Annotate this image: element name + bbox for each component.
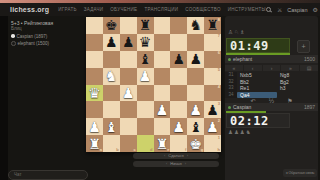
square-g4[interactable] xyxy=(187,85,204,102)
last-move-button[interactable]: » xyxy=(281,65,299,71)
black-pawn-g6: ♟ xyxy=(187,51,204,68)
black-player-meta[interactable]: elephant (1500) xyxy=(11,41,83,46)
white-player-name: Caspian xyxy=(233,104,251,110)
square-e5[interactable] xyxy=(154,68,171,85)
captured-by-black-tray: ♙♘♗ xyxy=(228,29,246,35)
feedback-button[interactable]: ◂ Обратная связь xyxy=(283,169,317,177)
move-list: 31Nxb5Ng832Bb2Bg233Re1h334Qa4 xyxy=(225,72,318,98)
black-knight-g8: ♞ xyxy=(187,17,204,34)
coord-file-b: b xyxy=(116,148,118,152)
white-player-meta-label: Caspian (1897) xyxy=(17,34,48,39)
square-b4[interactable] xyxy=(103,85,120,102)
lichess-game-page: lichess.org ИгратьЗадачиОбучениеТрансляц… xyxy=(0,0,320,180)
black-queen-d7: ♛ xyxy=(137,34,154,51)
black-disc-icon xyxy=(11,41,16,46)
coord-file-a: a xyxy=(100,148,102,152)
black-player-row[interactable]: elephant 1500 xyxy=(225,55,318,63)
square-h8[interactable]: ♜8 xyxy=(204,17,221,34)
black-player-rating: 1500 xyxy=(304,56,315,62)
square-a8[interactable] xyxy=(86,17,103,34)
prev-move-button[interactable]: ‹ xyxy=(244,65,262,71)
nav-item-обучение[interactable]: Обучение xyxy=(110,7,137,12)
square-a3[interactable] xyxy=(86,101,103,118)
coord-rank-6: 6 xyxy=(218,51,220,55)
move-33-white[interactable]: Re1 xyxy=(237,85,277,92)
square-d7[interactable]: ♛ xyxy=(137,34,154,51)
square-h7[interactable]: 7 xyxy=(204,34,221,51)
square-a6[interactable] xyxy=(86,51,103,68)
white-pawn-a2: ♟ xyxy=(86,118,103,135)
white-disc-icon xyxy=(11,34,15,38)
chat-input[interactable]: Чат xyxy=(8,170,88,180)
square-c5[interactable] xyxy=(120,68,137,85)
black-king-b8: ♚ xyxy=(103,17,120,34)
coord-file-c: c xyxy=(133,148,135,152)
add-time-button[interactable]: + xyxy=(297,40,310,53)
challenge-icon[interactable]: ⚔ xyxy=(277,7,282,13)
square-e1[interactable]: ♜e xyxy=(154,135,171,152)
square-c4[interactable]: ♟ xyxy=(120,85,137,102)
black-player-meta-label: elephant (1500) xyxy=(18,41,50,46)
square-g5[interactable] xyxy=(187,68,204,85)
black-player-name: elephant xyxy=(233,56,252,62)
square-c1[interactable]: c xyxy=(120,135,137,152)
first-move-button[interactable]: « xyxy=(225,65,243,71)
square-f3[interactable] xyxy=(170,101,187,118)
square-e7[interactable] xyxy=(154,34,171,51)
square-f7[interactable] xyxy=(170,34,187,51)
game-meta-box: 5+3 • Рейтинговая Блиц Caspian (1897) el… xyxy=(11,20,83,46)
chevron-right-icon: › xyxy=(185,161,186,167)
square-g2[interactable]: ♝ xyxy=(187,118,204,135)
white-pawn-d5: ♟ xyxy=(137,68,154,85)
square-f5[interactable] xyxy=(170,68,187,85)
square-f4[interactable] xyxy=(170,85,187,102)
game-side-panel: ♙♘♗ 01:49 + elephant 1500 «‹›»▤ 31Nxb5Ng… xyxy=(225,16,318,180)
online-dot-icon xyxy=(228,58,231,61)
main-nav: ИгратьЗадачиОбучениеТрансляцииСообщество… xyxy=(58,7,266,12)
square-g7[interactable] xyxy=(187,34,204,51)
square-b1[interactable]: b xyxy=(103,135,120,152)
speed-label: Блиц xyxy=(11,26,83,31)
move-nav-row: «‹›»▤ xyxy=(225,65,318,71)
square-a5[interactable] xyxy=(86,68,103,85)
under-board-button-1[interactable]: ‹Ничья› xyxy=(133,161,219,167)
coord-rank-1: 1 xyxy=(218,136,220,140)
site-header: lichess.org ИгратьЗадачиОбучениеТрансляц… xyxy=(0,3,320,16)
square-e4[interactable] xyxy=(154,85,171,102)
analysis-button[interactable]: ▤ xyxy=(300,65,318,71)
left-edge-strip xyxy=(0,16,8,180)
square-h4[interactable]: 4 xyxy=(204,85,221,102)
square-g3[interactable]: ♟ xyxy=(187,101,204,118)
square-b8[interactable]: ♚ xyxy=(103,17,120,34)
square-a7[interactable] xyxy=(86,34,103,51)
square-b3[interactable] xyxy=(103,101,120,118)
coord-file-e: e xyxy=(167,148,169,152)
nav-item-инструменты[interactable]: Инструменты xyxy=(228,7,266,12)
square-g1[interactable]: ♚g xyxy=(187,135,204,152)
square-h3[interactable]: ♟3 xyxy=(204,101,221,118)
square-h2[interactable]: ♟2 xyxy=(204,118,221,135)
square-d6[interactable]: ♝ xyxy=(137,51,154,68)
under-board-button-label: Сдаться xyxy=(168,153,183,159)
lichess-logo[interactable]: lichess.org xyxy=(10,6,49,13)
white-pawn-c4: ♟ xyxy=(120,85,137,102)
nav-item-задачи[interactable]: Задачи xyxy=(84,7,104,12)
coord-rank-8: 8 xyxy=(218,18,220,22)
square-c2[interactable] xyxy=(120,118,137,135)
square-c3[interactable] xyxy=(120,101,137,118)
square-f8[interactable] xyxy=(170,17,187,34)
square-b5[interactable]: ♞ xyxy=(103,68,120,85)
gear-icon[interactable]: ⚙ xyxy=(312,7,317,13)
white-player-row[interactable]: Caspian 1897 xyxy=(225,103,318,111)
white-player-meta[interactable]: Caspian (1897) xyxy=(11,34,83,39)
white-player-rating: 1897 xyxy=(304,104,315,110)
header-right: ⚔ Caspian ⚙ xyxy=(266,7,318,13)
square-b7[interactable]: ♟ xyxy=(103,34,120,51)
black-bishop-g2: ♝ xyxy=(187,118,204,135)
square-b2[interactable]: ♝ xyxy=(103,118,120,135)
white-bishop-b2: ♝ xyxy=(103,118,120,135)
nav-item-играть[interactable]: Играть xyxy=(58,7,77,12)
white-pawn-f2: ♟ xyxy=(170,118,187,135)
square-f6[interactable]: ♟ xyxy=(170,51,187,68)
coord-file-g: g xyxy=(201,148,203,152)
chevron-left-icon: ‹ xyxy=(166,161,167,167)
white-pawn-g3: ♟ xyxy=(187,101,204,118)
square-f1[interactable]: f xyxy=(170,135,187,152)
square-h6[interactable]: 6 xyxy=(204,51,221,68)
online-dot-icon xyxy=(228,106,231,109)
black-pawn-b7: ♟ xyxy=(103,34,120,51)
coord-rank-3: 3 xyxy=(218,102,220,106)
header-username[interactable]: Caspian xyxy=(287,7,307,13)
coord-file-d: d xyxy=(150,148,152,152)
chevron-right-icon: › xyxy=(187,153,188,159)
next-move-button[interactable]: › xyxy=(263,65,281,71)
coord-rank-5: 5 xyxy=(218,68,220,72)
white-queen-a4: ♛ xyxy=(86,85,103,102)
white-knight-b5: ♞ xyxy=(103,68,120,85)
white-pawn-e3: ♟ xyxy=(154,101,171,118)
square-d8[interactable]: ♜ xyxy=(137,17,154,34)
search-icon[interactable] xyxy=(266,7,272,13)
square-d3[interactable] xyxy=(137,101,154,118)
square-e8[interactable] xyxy=(154,17,171,34)
under-board-buttons: ‹Сдаться›‹Ничья› xyxy=(133,153,219,168)
square-h5[interactable]: 5 xyxy=(204,68,221,85)
chevron-left-icon: ◂ xyxy=(286,169,288,177)
nav-item-трансляции[interactable]: Трансляции xyxy=(144,7,178,12)
black-pawn-f6: ♟ xyxy=(170,51,187,68)
square-c8[interactable] xyxy=(120,17,137,34)
coord-file-f: f xyxy=(185,148,186,152)
black-pawn-c7: ♟ xyxy=(120,34,137,51)
square-a1[interactable]: ♜a xyxy=(86,135,103,152)
coord-rank-2: 2 xyxy=(218,119,220,123)
black-clock: 01:49 xyxy=(226,38,290,53)
square-e2[interactable] xyxy=(154,118,171,135)
black-bishop-d6: ♝ xyxy=(137,51,154,68)
square-c7[interactable]: ♟ xyxy=(120,34,137,51)
under-board-button-0[interactable]: ‹Сдаться› xyxy=(133,153,219,159)
square-g8[interactable]: ♞ xyxy=(187,17,204,34)
under-board-button-label: Ничья xyxy=(170,161,181,167)
board: ♚♜♞♜8♟♟♛7♝♟♟6♞♟5♛♟4♟♟♟3♟♝♟♝♟2♜abcd♜ef♚gh… xyxy=(86,17,221,152)
coord-rank-4: 4 xyxy=(218,85,220,89)
black-rook-d8: ♜ xyxy=(137,17,154,34)
square-d1[interactable]: d xyxy=(137,135,154,152)
chevron-left-icon: ‹ xyxy=(164,153,165,159)
nav-item-сообщество[interactable]: Сообщество xyxy=(185,7,221,12)
square-h1[interactable]: h1 xyxy=(204,135,221,152)
coord-rank-7: 7 xyxy=(218,34,220,38)
square-a2[interactable]: ♟ xyxy=(86,118,103,135)
square-a4[interactable]: ♛ xyxy=(86,85,103,102)
square-b6[interactable] xyxy=(103,51,120,68)
square-e3[interactable]: ♟ xyxy=(154,101,171,118)
square-c6[interactable] xyxy=(120,51,137,68)
square-d4[interactable] xyxy=(137,85,154,102)
feedback-label: Обратная связь xyxy=(289,169,315,177)
square-d2[interactable] xyxy=(137,118,154,135)
square-g6[interactable]: ♟ xyxy=(187,51,204,68)
white-clock: 02:12 xyxy=(226,113,290,128)
square-f2[interactable]: ♟ xyxy=(170,118,187,135)
coord-file-h: h xyxy=(218,148,220,152)
square-e6[interactable] xyxy=(154,51,171,68)
captured-by-white-tray: ♟♟♟♞ xyxy=(228,129,252,135)
square-d5[interactable]: ♟ xyxy=(137,68,154,85)
